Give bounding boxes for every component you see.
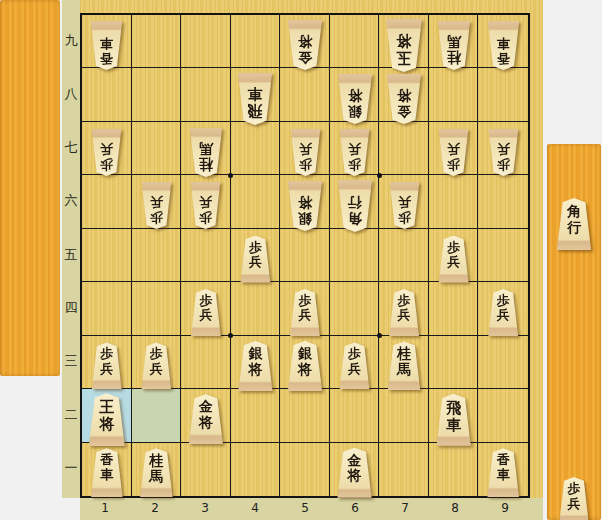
piece-kanji: 歩 [568, 482, 581, 497]
shogi-piece-香車[interactable]: 香車 [486, 21, 521, 65]
shogi-piece-金将[interactable]: 金将 [286, 20, 324, 65]
piece-kanji: 角 [567, 204, 581, 220]
piece-kanji: 馬 [447, 33, 461, 49]
board-cell[interactable] [379, 443, 429, 496]
file-label: 7 [380, 501, 430, 515]
file-label: 2 [130, 501, 180, 515]
piece-kanji: 将 [248, 362, 262, 378]
board-cell-last-move-from[interactable] [132, 389, 182, 442]
board-margin-top [80, 0, 543, 13]
shogi-piece-銀将[interactable]: 銀将 [336, 74, 374, 119]
board-cell[interactable] [132, 122, 182, 175]
shogi-piece-歩兵[interactable]: 歩兵 [239, 236, 272, 278]
board-cell[interactable] [231, 175, 281, 228]
piece-kanji: 兵 [150, 362, 163, 377]
board-cell[interactable] [181, 68, 231, 121]
piece-kanji: 歩 [398, 210, 411, 225]
board-cell[interactable] [429, 68, 479, 121]
board-cell[interactable] [231, 15, 281, 68]
board-cell[interactable] [82, 175, 132, 228]
piece-kanji: 歩 [497, 294, 510, 309]
shogi-piece-銀将[interactable]: 銀将 [236, 341, 274, 386]
shogi-piece-玉将[interactable]: 玉将 [384, 19, 424, 66]
piece-kanji: 香 [497, 50, 510, 65]
shogi-piece-金将[interactable]: 金将 [385, 74, 423, 119]
piece-kanji: 角 [348, 210, 362, 226]
shogi-piece-歩兵[interactable]: 歩兵 [558, 477, 591, 519]
board-cell[interactable] [231, 443, 281, 496]
board-cell[interactable] [478, 68, 528, 121]
piece-kanji: 兵 [447, 255, 460, 270]
board-cell[interactable] [429, 282, 479, 335]
board-cell[interactable] [280, 68, 330, 121]
board-cell[interactable] [478, 336, 528, 389]
board-cell[interactable] [132, 229, 182, 282]
piece-kanji: 歩 [447, 241, 460, 256]
piece-kanji: 歩 [398, 294, 411, 309]
board-cell[interactable] [181, 15, 231, 68]
piece-kanji: 将 [397, 33, 412, 50]
shogi-piece-歩兵[interactable]: 歩兵 [388, 289, 421, 331]
piece-kanji: 将 [298, 34, 312, 50]
shogi-piece-王将[interactable]: 王将 [87, 393, 127, 440]
piece-kanji: 兵 [299, 308, 312, 323]
rank-label: 六 [62, 192, 80, 210]
piece-kanji: 兵 [199, 195, 212, 210]
rank-label: 七 [62, 139, 80, 157]
shogi-piece-歩兵[interactable]: 歩兵 [437, 129, 470, 171]
piece-kanji: 兵 [447, 142, 460, 157]
file-label: 9 [480, 501, 530, 515]
file-label: 4 [230, 501, 280, 515]
piece-kanji: 玉 [397, 49, 412, 66]
piece-kanji: 車 [100, 468, 113, 483]
piece-kanji: 馬 [199, 140, 213, 156]
board-cell[interactable] [478, 175, 528, 228]
board-cell[interactable] [231, 282, 281, 335]
piece-kanji: 馬 [149, 469, 163, 485]
rank-label: 八 [62, 85, 80, 103]
komadai-left [0, 0, 60, 376]
file-label: 5 [280, 501, 330, 515]
board-cell[interactable] [379, 389, 429, 442]
board-cell[interactable] [429, 175, 479, 228]
piece-kanji: 将 [348, 87, 362, 103]
piece-kanji: 兵 [299, 142, 312, 157]
shogi-piece-歩兵[interactable]: 歩兵 [90, 342, 123, 384]
file-label: 3 [180, 501, 230, 515]
board-cell[interactable] [379, 122, 429, 175]
file-label: 6 [330, 501, 380, 515]
piece-kanji: 将 [348, 468, 362, 484]
piece-kanji: 車 [100, 36, 113, 51]
shogi-piece-歩兵[interactable]: 歩兵 [189, 289, 222, 331]
piece-kanji: 飛 [446, 400, 461, 417]
piece-kanji: 歩 [199, 294, 212, 309]
piece-kanji: 兵 [497, 308, 510, 323]
piece-kanji: 銀 [298, 346, 312, 362]
file-label: 1 [80, 501, 130, 515]
piece-kanji: 兵 [398, 195, 411, 210]
board-cell[interactable] [429, 443, 479, 496]
piece-kanji: 兵 [348, 142, 361, 157]
board-cell[interactable] [82, 282, 132, 335]
rank-label: 五 [62, 246, 80, 264]
shogi-piece-香車[interactable]: 香車 [89, 448, 124, 492]
shogi-piece-角行[interactable]: 角行 [555, 198, 593, 244]
shogi-piece-桂馬[interactable]: 桂馬 [436, 21, 472, 65]
piece-kanji: 桂 [149, 453, 163, 469]
board-cell[interactable] [330, 389, 380, 442]
piece-kanji: 兵 [100, 142, 113, 157]
piece-kanji: 将 [298, 194, 312, 210]
rank-label: 二 [62, 406, 80, 424]
piece-kanji: 将 [99, 416, 114, 433]
board-cell[interactable] [132, 68, 182, 121]
rank-coordinates-strip: 九八七六五四三二一 [62, 0, 80, 498]
shogi-piece-歩兵[interactable]: 歩兵 [487, 129, 520, 171]
rank-label: 一 [62, 459, 80, 477]
piece-kanji: 将 [397, 87, 411, 103]
shogi-piece-桂馬[interactable]: 桂馬 [386, 341, 422, 385]
shogi-piece-銀将[interactable]: 銀将 [286, 181, 324, 226]
piece-kanji: 車 [497, 36, 510, 51]
board-cell[interactable] [231, 122, 281, 175]
piece-kanji: 歩 [249, 241, 262, 256]
board-cell[interactable] [280, 443, 330, 496]
shogi-piece-歩兵[interactable]: 歩兵 [140, 182, 173, 224]
board-cell[interactable] [132, 15, 182, 68]
piece-kanji: 歩 [150, 210, 163, 225]
piece-kanji: 車 [497, 468, 510, 483]
shogi-piece-角行[interactable]: 角行 [336, 180, 374, 226]
piece-kanji: 将 [199, 415, 213, 431]
piece-kanji: 将 [298, 362, 312, 378]
shogi-piece-歩兵[interactable]: 歩兵 [189, 182, 222, 224]
piece-kanji: 車 [248, 86, 263, 103]
piece-kanji: 歩 [150, 347, 163, 362]
board-cell[interactable] [82, 68, 132, 121]
shogi-piece-歩兵[interactable]: 歩兵 [90, 129, 123, 171]
piece-kanji: 飛 [248, 102, 263, 119]
shogi-piece-歩兵[interactable]: 歩兵 [388, 182, 421, 224]
board-cell[interactable] [132, 282, 182, 335]
piece-kanji: 車 [446, 417, 461, 434]
board-cell[interactable] [478, 229, 528, 282]
board-cell[interactable] [330, 15, 380, 68]
piece-kanji: 歩 [199, 210, 212, 225]
board-cell[interactable] [478, 389, 528, 442]
piece-kanji: 歩 [447, 156, 460, 171]
piece-kanji: 兵 [398, 308, 411, 323]
board[interactable]: 香車金将玉将桂馬香車飛車銀将金将歩兵桂馬歩兵歩兵歩兵歩兵歩兵歩兵銀将角行歩兵歩兵… [80, 13, 530, 498]
shogi-piece-銀将[interactable]: 銀将 [286, 341, 324, 386]
piece-kanji: 兵 [348, 362, 361, 377]
board-cell[interactable] [181, 443, 231, 496]
piece-kanji: 兵 [568, 497, 581, 512]
piece-kanji: 兵 [100, 362, 113, 377]
piece-kanji: 金 [397, 103, 411, 119]
piece-kanji: 行 [348, 195, 362, 211]
shogi-piece-歩兵[interactable]: 歩兵 [487, 289, 520, 331]
shogi-piece-金将[interactable]: 金将 [336, 448, 374, 493]
board-cell[interactable] [181, 336, 231, 389]
piece-kanji: 桂 [447, 49, 461, 65]
shogi-piece-桂馬[interactable]: 桂馬 [188, 128, 224, 172]
board-cell[interactable] [280, 389, 330, 442]
board-cell[interactable] [379, 229, 429, 282]
piece-kanji: 兵 [249, 255, 262, 270]
shogi-piece-歩兵[interactable]: 歩兵 [289, 289, 322, 331]
board-cell[interactable] [82, 229, 132, 282]
board-cell[interactable] [429, 336, 479, 389]
shogi-piece-歩兵[interactable]: 歩兵 [338, 129, 371, 171]
board-cell[interactable] [330, 229, 380, 282]
piece-kanji: 香 [497, 453, 510, 468]
piece-kanji: 兵 [150, 195, 163, 210]
piece-kanji: 桂 [199, 156, 213, 172]
shogi-piece-歩兵[interactable]: 歩兵 [140, 342, 173, 384]
shogi-piece-香車[interactable]: 香車 [89, 21, 124, 65]
piece-kanji: 金 [298, 50, 312, 66]
piece-kanji: 金 [348, 453, 362, 469]
piece-kanji: 王 [99, 399, 114, 416]
piece-kanji: 兵 [199, 308, 212, 323]
piece-kanji: 歩 [100, 347, 113, 362]
piece-kanji: 銀 [298, 210, 312, 226]
board-cell[interactable] [181, 229, 231, 282]
rank-label: 三 [62, 352, 80, 370]
board-margin-right [530, 0, 543, 498]
file-label: 8 [430, 501, 480, 515]
piece-kanji: 歩 [100, 156, 113, 171]
piece-kanji: 銀 [348, 103, 362, 119]
piece-kanji: 歩 [348, 347, 361, 362]
board-cell[interactable] [330, 282, 380, 335]
piece-kanji: 歩 [497, 156, 510, 171]
shogi-piece-飛車[interactable]: 飛車 [435, 394, 473, 440]
piece-kanji: 香 [100, 453, 113, 468]
komadai-right[interactable]: 角行歩兵 [547, 144, 601, 520]
board-cell[interactable] [280, 229, 330, 282]
piece-kanji: 行 [567, 220, 581, 236]
shogi-piece-桂馬[interactable]: 桂馬 [138, 448, 174, 492]
piece-kanji: 桂 [397, 346, 411, 362]
shogi-piece-飛車[interactable]: 飛車 [236, 73, 274, 119]
piece-kanji: 馬 [397, 362, 411, 378]
piece-kanji: 香 [100, 50, 113, 65]
piece-kanji: 歩 [299, 156, 312, 171]
rank-label: 四 [62, 299, 80, 317]
shogi-piece-金将[interactable]: 金将 [187, 394, 225, 439]
file-coordinates-strip: 123456789 [80, 498, 543, 520]
piece-kanji: 歩 [299, 294, 312, 309]
piece-kanji: 歩 [348, 156, 361, 171]
piece-kanji: 金 [199, 399, 213, 415]
board-cell[interactable] [231, 389, 281, 442]
rank-label: 九 [62, 32, 80, 50]
shogi-piece-歩兵[interactable]: 歩兵 [338, 342, 371, 384]
piece-kanji: 銀 [248, 346, 262, 362]
shogi-piece-歩兵[interactable]: 歩兵 [289, 129, 322, 171]
shogi-piece-香車[interactable]: 香車 [486, 448, 521, 492]
shogi-piece-歩兵[interactable]: 歩兵 [437, 236, 470, 278]
piece-kanji: 兵 [497, 142, 510, 157]
